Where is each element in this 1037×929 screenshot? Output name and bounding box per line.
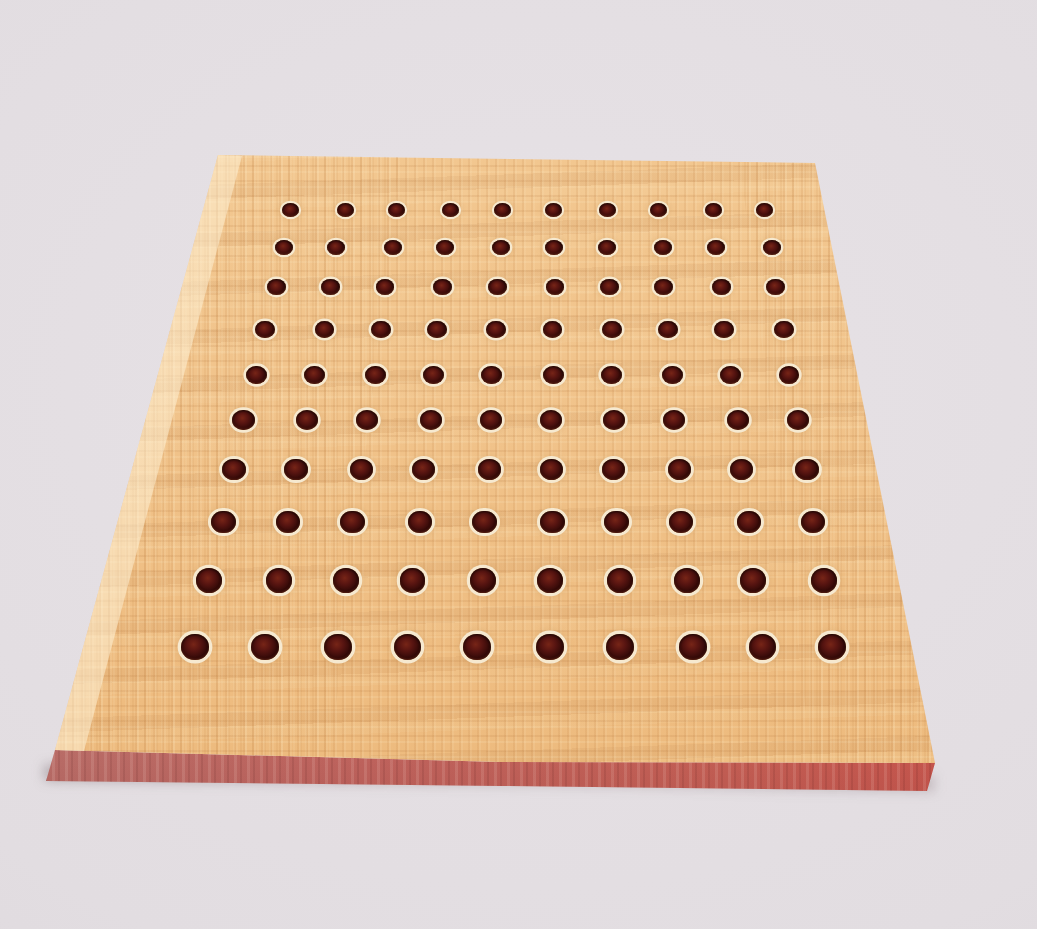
hole <box>654 240 672 255</box>
hole <box>337 203 354 217</box>
hole <box>737 511 762 534</box>
hole <box>436 240 454 255</box>
hole <box>543 321 563 338</box>
hole <box>442 203 459 217</box>
hole <box>749 634 777 661</box>
hole <box>324 634 352 661</box>
hole <box>275 240 293 255</box>
hole <box>423 366 444 385</box>
hole <box>606 634 634 661</box>
hole <box>801 511 826 534</box>
hole <box>255 321 275 338</box>
hole <box>607 568 633 593</box>
hole <box>540 511 565 534</box>
hole <box>598 240 616 255</box>
hole <box>196 568 222 593</box>
photo-scene <box>0 0 1037 929</box>
hole <box>537 568 563 593</box>
hole <box>599 203 616 217</box>
hole <box>707 240 725 255</box>
hole <box>384 240 402 255</box>
hole <box>818 634 846 661</box>
hole <box>408 511 433 534</box>
hole <box>492 240 510 255</box>
hole <box>658 321 678 338</box>
hole <box>679 634 707 661</box>
hole <box>600 279 619 295</box>
hole <box>181 634 209 661</box>
hole <box>545 240 563 255</box>
hole <box>779 366 800 385</box>
hole <box>412 459 435 480</box>
hole <box>727 410 749 430</box>
hole <box>603 410 625 430</box>
hole <box>267 279 286 295</box>
hole <box>601 366 622 385</box>
hole <box>795 459 818 480</box>
hole <box>276 511 301 534</box>
hole <box>787 410 809 430</box>
hole <box>774 321 794 338</box>
hole <box>486 321 506 338</box>
hole <box>740 568 766 593</box>
hole <box>211 511 236 534</box>
hole <box>350 459 373 480</box>
hole <box>246 366 267 385</box>
hole <box>282 203 299 217</box>
hole <box>663 410 685 430</box>
hole <box>433 279 452 295</box>
hole <box>602 459 625 480</box>
hole <box>536 634 564 661</box>
hole <box>669 511 694 534</box>
hole <box>811 568 837 593</box>
hole <box>296 410 318 430</box>
hole <box>427 321 447 338</box>
hole <box>284 459 307 480</box>
hole <box>481 366 502 385</box>
hole <box>420 410 442 430</box>
hole <box>463 634 491 661</box>
hole <box>662 366 683 385</box>
hole <box>480 410 502 430</box>
hole <box>315 321 335 338</box>
hole <box>488 279 507 295</box>
hole <box>766 279 785 295</box>
hole <box>400 568 426 593</box>
hole <box>222 459 245 480</box>
hole <box>371 321 391 338</box>
hole <box>472 511 497 534</box>
hole <box>705 203 722 217</box>
hole <box>756 203 773 217</box>
hole <box>602 321 622 338</box>
hole <box>376 279 395 295</box>
hole <box>546 279 565 295</box>
hole <box>668 459 691 480</box>
hole <box>333 568 359 593</box>
hole <box>674 568 700 593</box>
hole <box>654 279 673 295</box>
hole <box>470 568 496 593</box>
hole-grid <box>0 0 1037 929</box>
hole <box>494 203 511 217</box>
hole <box>232 410 254 430</box>
hole <box>730 459 753 480</box>
hole <box>251 634 279 661</box>
hole <box>763 240 781 255</box>
hole <box>266 568 292 593</box>
hole <box>540 410 562 430</box>
hole <box>712 279 731 295</box>
hole <box>321 279 340 295</box>
hole <box>394 634 422 661</box>
hole <box>388 203 405 217</box>
hole <box>545 203 562 217</box>
hole <box>356 410 378 430</box>
hole <box>340 511 365 534</box>
hole <box>604 511 629 534</box>
hole <box>650 203 667 217</box>
hole <box>720 366 741 385</box>
hole <box>543 366 564 385</box>
hole <box>478 459 501 480</box>
hole <box>327 240 345 255</box>
hole <box>714 321 734 338</box>
hole <box>365 366 386 385</box>
hole <box>304 366 325 385</box>
hole <box>540 459 563 480</box>
